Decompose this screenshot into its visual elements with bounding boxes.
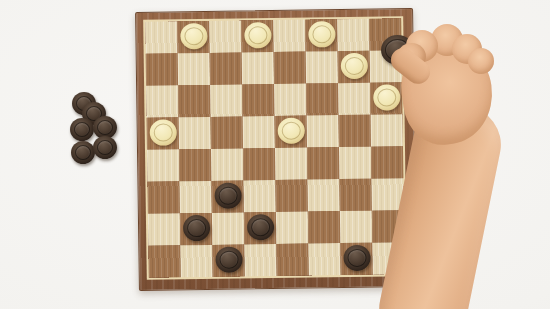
board-square[interactable] (209, 20, 241, 52)
board-square[interactable] (178, 85, 210, 117)
board-square[interactable] (276, 212, 308, 244)
board-square[interactable] (339, 147, 371, 179)
photo-scene (0, 0, 550, 309)
board-square[interactable] (146, 85, 178, 117)
board-square[interactable] (211, 148, 243, 180)
board-square[interactable] (147, 181, 179, 213)
board-square[interactable] (179, 149, 211, 181)
board-square[interactable] (243, 148, 275, 180)
board-square[interactable] (243, 116, 275, 148)
board-square[interactable] (307, 147, 339, 179)
board-square[interactable] (306, 83, 338, 115)
board-square[interactable] (308, 243, 340, 275)
board-square[interactable] (210, 84, 242, 116)
board-square[interactable] (242, 52, 274, 84)
board-square[interactable] (211, 116, 243, 148)
board-square[interactable] (148, 245, 180, 277)
checker-piece-white[interactable] (244, 22, 271, 48)
board-square[interactable] (273, 20, 305, 52)
board-square[interactable] (371, 146, 403, 178)
little-finger-knuckle (468, 48, 494, 74)
board-square[interactable] (179, 117, 211, 149)
checker-piece-black[interactable] (214, 182, 241, 208)
board-square[interactable] (274, 84, 306, 116)
board-grid (145, 18, 405, 278)
board-square[interactable] (145, 21, 177, 53)
checker-piece-white[interactable] (277, 117, 304, 143)
board-square[interactable] (276, 244, 308, 276)
board-square[interactable] (275, 148, 307, 180)
board-square[interactable] (242, 84, 274, 116)
board-square[interactable] (212, 212, 244, 244)
checker-piece-white[interactable] (149, 119, 176, 145)
checker-piece-white[interactable] (308, 21, 335, 47)
board-square[interactable] (307, 179, 339, 211)
board-square[interactable] (339, 179, 371, 211)
board-square[interactable] (275, 180, 307, 212)
board-square[interactable] (306, 51, 338, 83)
checker-piece-black[interactable] (215, 246, 242, 272)
checker-piece-white[interactable] (180, 22, 207, 48)
captured-piece-black (93, 136, 117, 159)
board-square[interactable] (180, 245, 212, 277)
checker-piece-white[interactable] (340, 52, 367, 78)
captured-piece-black (70, 118, 94, 141)
board-square[interactable] (244, 244, 276, 276)
checkers-board (135, 8, 417, 291)
board-square[interactable] (340, 211, 372, 243)
board-square[interactable] (146, 53, 178, 85)
board-square[interactable] (210, 52, 242, 84)
board-square[interactable] (337, 19, 369, 51)
board-square[interactable] (243, 180, 275, 212)
captured-piece-black (71, 141, 95, 164)
checker-piece-black[interactable] (246, 214, 273, 240)
board-square[interactable] (338, 83, 370, 115)
checker-piece-white[interactable] (373, 84, 400, 110)
checker-piece-black[interactable] (182, 214, 209, 240)
board-square[interactable] (274, 52, 306, 84)
board-square[interactable] (148, 213, 180, 245)
board-square[interactable] (371, 114, 403, 146)
checker-piece-black[interactable] (343, 244, 370, 270)
board-square[interactable] (147, 149, 179, 181)
board-square[interactable] (179, 181, 211, 213)
board-square[interactable] (307, 115, 339, 147)
board-square[interactable] (308, 211, 340, 243)
board-square[interactable] (178, 53, 210, 85)
board-square[interactable] (339, 115, 371, 147)
